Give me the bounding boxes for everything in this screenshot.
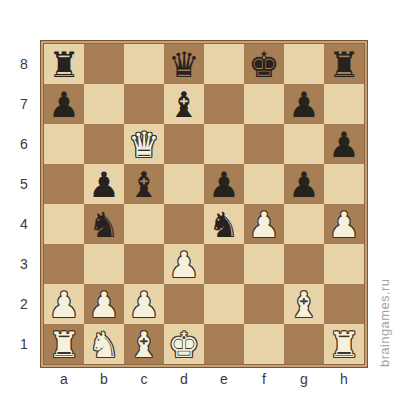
rank-label-4: 4 xyxy=(14,204,34,244)
square-a4[interactable] xyxy=(44,204,84,244)
square-g8[interactable] xyxy=(284,44,324,84)
square-h8[interactable]: ♜ xyxy=(324,44,364,84)
square-e1[interactable] xyxy=(204,324,244,364)
file-label-f: f xyxy=(244,369,284,389)
square-g6[interactable] xyxy=(284,124,324,164)
square-f4[interactable]: ♟ xyxy=(244,204,284,244)
square-e8[interactable] xyxy=(204,44,244,84)
square-g4[interactable] xyxy=(284,204,324,244)
white-king[interactable]: ♚ xyxy=(164,325,204,365)
square-a8[interactable]: ♜ xyxy=(44,44,84,84)
square-g1[interactable] xyxy=(284,324,324,364)
square-d1[interactable]: ♚ xyxy=(164,324,204,364)
file-label-c: c xyxy=(124,369,164,389)
rank-labels: 87654321 xyxy=(14,44,34,364)
square-c3[interactable] xyxy=(124,244,164,284)
black-pawn[interactable]: ♟ xyxy=(84,165,124,205)
square-d8[interactable]: ♛ xyxy=(164,44,204,84)
black-pawn[interactable]: ♟ xyxy=(324,125,364,165)
white-pawn[interactable]: ♟ xyxy=(324,205,364,245)
square-h1[interactable]: ♜ xyxy=(324,324,364,364)
square-g3[interactable] xyxy=(284,244,324,284)
black-bishop[interactable]: ♝ xyxy=(164,85,204,125)
black-bishop[interactable]: ♝ xyxy=(124,165,164,205)
square-e6[interactable] xyxy=(204,124,244,164)
white-pawn[interactable]: ♟ xyxy=(164,245,204,285)
square-a6[interactable] xyxy=(44,124,84,164)
white-queen[interactable]: ♛ xyxy=(124,125,164,165)
square-c2[interactable]: ♟ xyxy=(124,284,164,324)
square-h3[interactable] xyxy=(324,244,364,284)
square-b4[interactable]: ♞ xyxy=(84,204,124,244)
square-b5[interactable]: ♟ xyxy=(84,164,124,204)
file-label-d: d xyxy=(164,369,204,389)
white-rook[interactable]: ♜ xyxy=(324,325,364,365)
file-label-a: a xyxy=(44,369,84,389)
square-c6[interactable]: ♛ xyxy=(124,124,164,164)
square-e5[interactable]: ♟ xyxy=(204,164,244,204)
square-a5[interactable] xyxy=(44,164,84,204)
file-label-g: g xyxy=(284,369,324,389)
square-f8[interactable]: ♚ xyxy=(244,44,284,84)
rank-label-2: 2 xyxy=(14,284,34,324)
square-e3[interactable] xyxy=(204,244,244,284)
square-c7[interactable] xyxy=(124,84,164,124)
file-label-b: b xyxy=(84,369,124,389)
square-f3[interactable] xyxy=(244,244,284,284)
rank-label-1: 1 xyxy=(14,324,34,364)
white-rook[interactable]: ♜ xyxy=(44,325,84,365)
square-d4[interactable] xyxy=(164,204,204,244)
square-f7[interactable] xyxy=(244,84,284,124)
white-bishop[interactable]: ♝ xyxy=(124,325,164,365)
white-pawn[interactable]: ♟ xyxy=(124,285,164,325)
watermark-braingames: braingames.ru xyxy=(377,279,392,367)
square-f5[interactable] xyxy=(244,164,284,204)
square-e2[interactable] xyxy=(204,284,244,324)
rank-label-8: 8 xyxy=(14,44,34,84)
white-pawn[interactable]: ♟ xyxy=(84,285,124,325)
black-pawn[interactable]: ♟ xyxy=(204,165,244,205)
square-b7[interactable] xyxy=(84,84,124,124)
square-d5[interactable] xyxy=(164,164,204,204)
square-h2[interactable] xyxy=(324,284,364,324)
black-pawn[interactable]: ♟ xyxy=(284,85,324,125)
square-f2[interactable] xyxy=(244,284,284,324)
square-a2[interactable]: ♟ xyxy=(44,284,84,324)
square-c4[interactable] xyxy=(124,204,164,244)
white-pawn[interactable]: ♟ xyxy=(44,285,84,325)
rank-label-6: 6 xyxy=(14,124,34,164)
black-knight[interactable]: ♞ xyxy=(84,205,124,245)
square-a3[interactable] xyxy=(44,244,84,284)
black-rook[interactable]: ♜ xyxy=(324,45,364,85)
square-b3[interactable] xyxy=(84,244,124,284)
square-e7[interactable] xyxy=(204,84,244,124)
square-g7[interactable]: ♟ xyxy=(284,84,324,124)
file-labels: abcdefgh xyxy=(44,369,364,389)
square-h7[interactable] xyxy=(324,84,364,124)
rank-label-5: 5 xyxy=(14,164,34,204)
square-h6[interactable]: ♟ xyxy=(324,124,364,164)
black-queen[interactable]: ♛ xyxy=(164,45,204,85)
square-h4[interactable]: ♟ xyxy=(324,204,364,244)
square-d7[interactable]: ♝ xyxy=(164,84,204,124)
square-f6[interactable] xyxy=(244,124,284,164)
square-a1[interactable]: ♜ xyxy=(44,324,84,364)
square-h5[interactable] xyxy=(324,164,364,204)
board-grid: ♜♛♚♜♟♝♟♛♟♟♝♟♟♞♞♟♟♟♟♟♟♝♜♞♝♚♜ xyxy=(43,43,365,365)
square-d6[interactable] xyxy=(164,124,204,164)
black-rook[interactable]: ♜ xyxy=(44,45,84,85)
file-label-h: h xyxy=(324,369,364,389)
file-label-e: e xyxy=(204,369,244,389)
square-d2[interactable] xyxy=(164,284,204,324)
square-c1[interactable]: ♝ xyxy=(124,324,164,364)
black-knight[interactable]: ♞ xyxy=(204,205,244,245)
black-king[interactable]: ♚ xyxy=(244,45,284,85)
square-g5[interactable]: ♟ xyxy=(284,164,324,204)
black-pawn[interactable]: ♟ xyxy=(284,165,324,205)
square-e4[interactable]: ♞ xyxy=(204,204,244,244)
black-pawn[interactable]: ♟ xyxy=(44,85,84,125)
white-pawn[interactable]: ♟ xyxy=(244,205,284,245)
white-bishop[interactable]: ♝ xyxy=(284,285,324,325)
square-g2[interactable]: ♝ xyxy=(284,284,324,324)
square-b8[interactable] xyxy=(84,44,124,84)
square-b6[interactable] xyxy=(84,124,124,164)
square-b2[interactable]: ♟ xyxy=(84,284,124,324)
square-c8[interactable] xyxy=(124,44,164,84)
square-d3[interactable]: ♟ xyxy=(164,244,204,284)
square-f1[interactable] xyxy=(244,324,284,364)
white-knight[interactable]: ♞ xyxy=(84,325,124,365)
square-b1[interactable]: ♞ xyxy=(84,324,124,364)
rank-label-3: 3 xyxy=(14,244,34,284)
chess-board: ♜♛♚♜♟♝♟♛♟♟♝♟♟♞♞♟♟♟♟♟♟♝♜♞♝♚♜ xyxy=(40,40,368,368)
square-a7[interactable]: ♟ xyxy=(44,84,84,124)
square-c5[interactable]: ♝ xyxy=(124,164,164,204)
rank-label-7: 7 xyxy=(14,84,34,124)
